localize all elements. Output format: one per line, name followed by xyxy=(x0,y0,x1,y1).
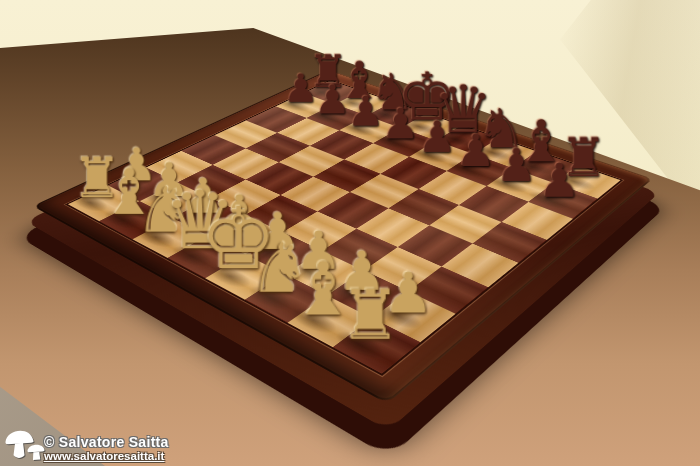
white-rook-icon: ♜ xyxy=(323,281,417,350)
black-pawn-icon: ♟ xyxy=(521,157,596,204)
square-h1[interactable]: ♜♜ xyxy=(333,318,420,373)
square-h6[interactable] xyxy=(502,202,573,240)
mushrooms-logo-icon xyxy=(4,422,48,462)
scene: ♜♜♝♝♞♞♚♚♛♛♞♞♝♝♜♜♟♟♟♟♟♟♟♟♟♟♟♟♟♟♟♟♟♟♟♟♟♟♟♟… xyxy=(0,0,700,466)
artist-credit: © Salvatore Saitta xyxy=(44,434,169,450)
square-h7[interactable]: ♟♟ xyxy=(529,183,598,219)
watermark: © Salvatore Saitta www.salvatoresaitta.i… xyxy=(4,422,169,462)
website-url: www.salvatoresaitta.it xyxy=(44,450,169,462)
